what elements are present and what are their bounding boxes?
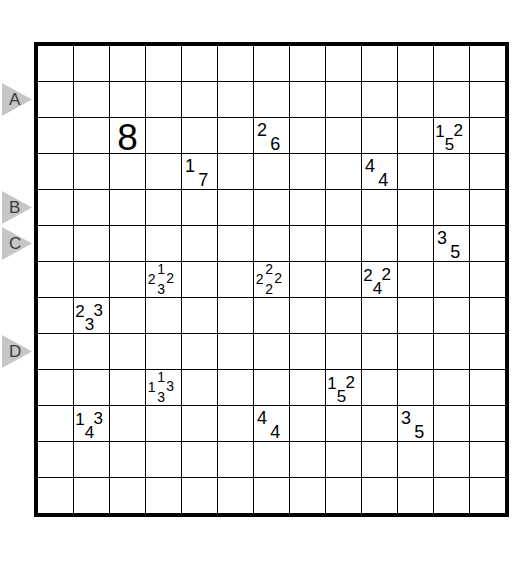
cell-r8c13[interactable] [470,298,505,333]
cell-r5c4[interactable] [146,190,181,225]
cell-r2c4[interactable] [146,82,181,117]
cell-r4c8[interactable] [290,154,325,189]
cell-r6c8[interactable] [290,226,325,261]
cell-r3c1[interactable] [38,118,73,153]
cell-r11c1[interactable] [38,406,73,441]
clue-digit: 2 [256,272,264,286]
cell-r12c11[interactable] [398,442,433,477]
cell-r13c12[interactable] [434,478,469,513]
clue-digit: 5 [337,387,346,404]
cell-r8c8[interactable] [290,298,325,333]
cell-r10c6[interactable] [218,370,253,405]
row-marker-A: A [2,83,32,116]
cell-r13c9[interactable] [326,478,361,513]
clue-digit: 4 [85,423,94,440]
cell-r13c7[interactable] [254,478,289,513]
cell-r2c9[interactable] [326,82,361,117]
cell-r4c13[interactable] [470,154,505,189]
cell-r13c3[interactable] [110,478,145,513]
cell-r8c10[interactable] [362,298,397,333]
clue-digit: 3 [166,379,174,393]
cell-r2c5[interactable] [182,82,217,117]
clue-digit: 4 [257,409,267,427]
cell-r4c6[interactable] [218,154,253,189]
cell-r1c11[interactable] [398,46,433,81]
cell-r9c11[interactable] [398,334,433,369]
cell-r9c1[interactable] [38,334,73,369]
cell-r13c6[interactable] [218,478,253,513]
cell-r2c11[interactable] [398,82,433,117]
cell-r9c7[interactable] [254,334,289,369]
clue-digit: 2 [363,266,372,283]
cell-r1c9[interactable] [326,46,361,81]
cell-r2c3[interactable] [110,82,145,117]
cell-r9c5[interactable] [182,334,217,369]
cell-r10c1[interactable] [38,370,73,405]
cell-r8c4[interactable] [146,298,181,333]
cell-r7c8[interactable] [290,262,325,297]
cell-r7c5[interactable] [182,262,217,297]
cell-r3c4[interactable] [146,118,181,153]
clue-digit: 2 [75,302,84,319]
cell-r1c2[interactable] [74,46,109,81]
cell-r2c6[interactable] [218,82,253,117]
cell-r6c10[interactable] [362,226,397,261]
clue-digit: 4 [365,157,375,175]
cell-r6c2[interactable] [74,226,109,261]
cell-r12c6[interactable] [218,442,253,477]
cell-r4c1[interactable] [38,154,73,189]
cell-r3c9[interactable] [326,118,361,153]
clue-digit: 8 [117,118,138,155]
cell-r3c6[interactable] [218,118,253,153]
cell-r11c6[interactable] [218,406,253,441]
cell-r12c3[interactable] [110,442,145,477]
cell-r9c2[interactable] [74,334,109,369]
cell-r10c7[interactable] [254,370,289,405]
cell-r12c1[interactable] [38,442,73,477]
clue-cell-r11c11: 35 [398,406,433,441]
cell-r5c3[interactable] [110,190,145,225]
cell-r13c13[interactable] [470,478,505,513]
cell-r6c6[interactable] [218,226,253,261]
cell-r3c2[interactable] [74,118,109,153]
cell-r12c13[interactable] [470,442,505,477]
clue-digit: 2 [453,121,462,138]
cell-r13c10[interactable] [362,478,397,513]
cell-r11c3[interactable] [110,406,145,441]
cell-r7c6[interactable] [218,262,253,297]
clue-digit: 2 [257,121,267,139]
clue-digit: 1 [435,122,444,139]
cell-r9c9[interactable] [326,334,361,369]
clue-digit: 3 [401,409,411,427]
cell-r11c4[interactable] [146,406,181,441]
cell-r11c9[interactable] [326,406,361,441]
clue-digit: 5 [414,423,424,441]
cell-r12c7[interactable] [254,442,289,477]
cell-r13c8[interactable] [290,478,325,513]
cell-r10c2[interactable] [74,370,109,405]
cell-r5c8[interactable] [290,190,325,225]
clue-digit: 6 [270,135,280,153]
cell-r12c4[interactable] [146,442,181,477]
cell-r11c8[interactable] [290,406,325,441]
clue-cell-r11c2: 134 [74,406,109,441]
cell-r8c12[interactable] [434,298,469,333]
cell-r6c7[interactable] [254,226,289,261]
cell-r9c13[interactable] [470,334,505,369]
cell-r3c13[interactable] [470,118,505,153]
cell-r5c10[interactable] [362,190,397,225]
cell-r4c4[interactable] [146,154,181,189]
cell-r3c11[interactable] [398,118,433,153]
cell-r7c1[interactable] [38,262,73,297]
cell-r10c8[interactable] [290,370,325,405]
cell-r4c3[interactable] [110,154,145,189]
cell-r2c1[interactable] [38,82,73,117]
cell-r7c12[interactable] [434,262,469,297]
cell-r9c12[interactable] [434,334,469,369]
cell-r5c13[interactable] [470,190,505,225]
cell-r6c11[interactable] [398,226,433,261]
cell-r8c9[interactable] [326,298,361,333]
cell-r1c3[interactable] [110,46,145,81]
puzzle-page: 8261251744351223222222423311331251344435… [0,0,515,563]
clue-digit: 2 [345,373,354,390]
cell-r11c13[interactable] [470,406,505,441]
clue-digit: 7 [198,171,208,189]
cell-r7c2[interactable] [74,262,109,297]
cell-r8c11[interactable] [398,298,433,333]
cell-r1c4[interactable] [146,46,181,81]
cell-r13c4[interactable] [146,478,181,513]
clue-cell-r7c4: 1223 [146,262,181,297]
cell-r11c12[interactable] [434,406,469,441]
cell-r2c8[interactable] [290,82,325,117]
cell-r10c3[interactable] [110,370,145,405]
clue-cell-r11c7: 44 [254,406,289,441]
cell-r1c10[interactable] [362,46,397,81]
cell-r1c1[interactable] [38,46,73,81]
cell-r5c12[interactable] [434,190,469,225]
clue-cell-r7c7: 2222 [254,262,289,297]
cell-r1c8[interactable] [290,46,325,81]
cell-r1c12[interactable] [434,46,469,81]
clue-cell-r10c4: 1133 [146,370,181,405]
cell-r4c12[interactable] [434,154,469,189]
clue-cell-r4c10: 44 [362,154,397,189]
cell-r12c5[interactable] [182,442,217,477]
clue-digit: 1 [148,380,156,394]
clue-digit: 3 [157,390,165,404]
clue-digit: 2 [381,265,390,282]
clue-digit: 1 [327,374,336,391]
row-marker-B: B [2,191,32,224]
cell-r8c7[interactable] [254,298,289,333]
clue-digit: 2 [166,271,174,285]
clue-digit: 5 [445,135,454,152]
clue-digit: 3 [93,301,102,318]
clue-digit: 3 [85,315,94,332]
clue-cell-r6c12: 35 [434,226,469,261]
cell-r7c13[interactable] [470,262,505,297]
cell-r6c5[interactable] [182,226,217,261]
cell-r2c13[interactable] [470,82,505,117]
clue-digit: 1 [157,262,165,276]
cell-r1c7[interactable] [254,46,289,81]
cell-r4c2[interactable] [74,154,109,189]
row-marker-C: C [2,227,32,260]
cell-r7c3[interactable] [110,262,145,297]
cell-r12c12[interactable] [434,442,469,477]
clue-digit: 3 [157,282,165,296]
cell-r1c6[interactable] [218,46,253,81]
clue-digit: 2 [265,262,273,276]
clue-digit: 2 [265,282,273,296]
marker-label: D [9,335,21,368]
cell-r11c10[interactable] [362,406,397,441]
cell-r2c10[interactable] [362,82,397,117]
cell-r1c5[interactable] [182,46,217,81]
clue-digit: 5 [450,243,460,261]
clue-cell-r8c2: 233 [74,298,109,333]
clue-cell-r4c5: 17 [182,154,217,189]
clue-cell-r3c7: 26 [254,118,289,153]
cell-r5c5[interactable] [182,190,217,225]
clue-cell-r3c3: 8 [110,118,145,153]
cell-r9c6[interactable] [218,334,253,369]
cell-r7c9[interactable] [326,262,361,297]
cell-r8c6[interactable] [218,298,253,333]
tapa-board: 8261251744351223222222423311331251344435 [34,42,509,517]
cell-r10c11[interactable] [398,370,433,405]
cell-r5c7[interactable] [254,190,289,225]
cell-r6c9[interactable] [326,226,361,261]
cell-r13c11[interactable] [398,478,433,513]
cell-r2c12[interactable] [434,82,469,117]
cell-r6c1[interactable] [38,226,73,261]
cell-r12c9[interactable] [326,442,361,477]
cell-r9c4[interactable] [146,334,181,369]
clue-digit: 2 [148,272,156,286]
cell-r13c2[interactable] [74,478,109,513]
cell-r4c11[interactable] [398,154,433,189]
cell-r2c2[interactable] [74,82,109,117]
clue-cell-r7c10: 224 [362,262,397,297]
cell-r10c13[interactable] [470,370,505,405]
cell-r10c12[interactable] [434,370,469,405]
clue-digit: 1 [185,157,195,175]
clue-digit: 4 [373,279,382,296]
clue-digit: 2 [274,271,282,285]
cell-r5c2[interactable] [74,190,109,225]
marker-label: B [9,191,20,224]
cell-r2c7[interactable] [254,82,289,117]
clue-cell-r10c9: 125 [326,370,361,405]
cell-r4c7[interactable] [254,154,289,189]
cell-r5c11[interactable] [398,190,433,225]
clue-digit: 3 [437,229,447,247]
clue-digit: 4 [270,423,280,441]
clue-digit: 3 [93,409,102,426]
cell-r13c5[interactable] [182,478,217,513]
cell-r6c13[interactable] [470,226,505,261]
cell-r12c8[interactable] [290,442,325,477]
cell-r12c2[interactable] [74,442,109,477]
cell-r12c10[interactable] [362,442,397,477]
cell-r10c5[interactable] [182,370,217,405]
cell-r8c5[interactable] [182,298,217,333]
cell-r4c9[interactable] [326,154,361,189]
row-marker-D: D [2,335,32,368]
cell-r7c11[interactable] [398,262,433,297]
marker-label: A [9,83,20,116]
marker-label: C [9,227,21,260]
cell-r3c8[interactable] [290,118,325,153]
cell-r9c8[interactable] [290,334,325,369]
cell-r5c9[interactable] [326,190,361,225]
cell-r3c5[interactable] [182,118,217,153]
clue-digit: 1 [157,370,165,384]
cell-r1c13[interactable] [470,46,505,81]
cell-r3c10[interactable] [362,118,397,153]
cell-r8c3[interactable] [110,298,145,333]
cell-r13c1[interactable] [38,478,73,513]
cell-r9c3[interactable] [110,334,145,369]
cell-r6c3[interactable] [110,226,145,261]
cell-r9c10[interactable] [362,334,397,369]
cell-r11c5[interactable] [182,406,217,441]
cell-r5c1[interactable] [38,190,73,225]
cell-r10c10[interactable] [362,370,397,405]
cell-r6c4[interactable] [146,226,181,261]
clue-digit: 4 [378,171,388,189]
clue-digit: 1 [75,410,84,427]
cell-r5c6[interactable] [218,190,253,225]
cell-r8c1[interactable] [38,298,73,333]
clue-cell-r3c12: 125 [434,118,469,153]
